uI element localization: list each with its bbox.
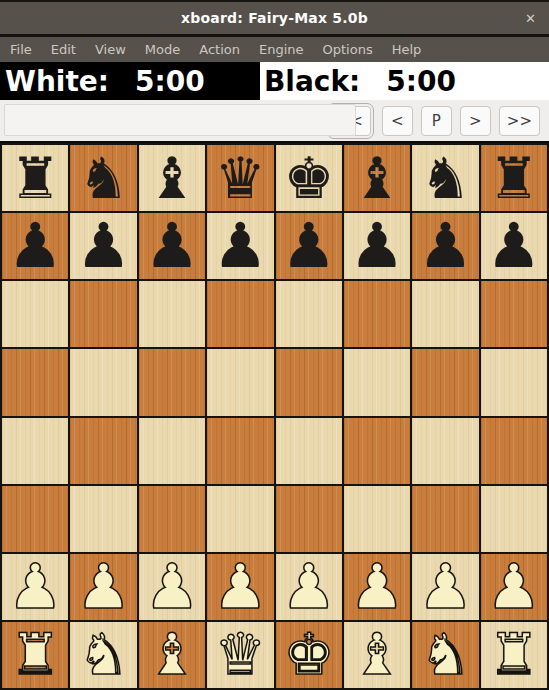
square-h6[interactable] [481, 281, 547, 347]
square-e5[interactable] [276, 349, 342, 415]
menu-item-file[interactable]: File [10, 43, 32, 56]
piece-white-knight: ♞ [420, 626, 471, 683]
square-f4[interactable] [344, 418, 410, 484]
piece-black-pawn: ♟ [7, 215, 63, 277]
piece-black-rook: ♜ [10, 150, 61, 207]
menu-item-mode[interactable]: Mode [145, 43, 180, 56]
menu-item-options[interactable]: Options [323, 43, 373, 56]
nav-pause-button[interactable]: P [421, 106, 452, 136]
piece-white-rook: ♜ [10, 626, 61, 683]
square-b5[interactable] [70, 349, 136, 415]
square-c8[interactable]: ♝ [139, 145, 205, 211]
square-g1[interactable]: ♞ [412, 622, 478, 688]
square-b3[interactable] [70, 486, 136, 552]
square-g8[interactable]: ♞ [412, 145, 478, 211]
square-f6[interactable] [344, 281, 410, 347]
square-d5[interactable] [207, 349, 273, 415]
square-h4[interactable] [481, 418, 547, 484]
square-g3[interactable] [412, 486, 478, 552]
square-d3[interactable] [207, 486, 273, 552]
square-g4[interactable] [412, 418, 478, 484]
piece-black-bishop: ♝ [352, 150, 403, 207]
square-g5[interactable] [412, 349, 478, 415]
square-d4[interactable] [207, 418, 273, 484]
white-clock: White: 5:00 [0, 62, 260, 100]
square-a3[interactable] [2, 486, 68, 552]
piece-black-pawn: ♟ [144, 215, 200, 277]
square-b2[interactable]: ♟ [70, 554, 136, 620]
piece-white-bishop: ♝ [352, 626, 403, 683]
square-h7[interactable]: ♟ [481, 213, 547, 279]
menu-item-action[interactable]: Action [199, 43, 240, 56]
square-d8[interactable]: ♛ [207, 145, 273, 211]
square-a5[interactable] [2, 349, 68, 415]
white-clock-label: White: [5, 65, 109, 98]
piece-black-queen: ♛ [215, 150, 266, 207]
square-a2[interactable]: ♟ [2, 554, 68, 620]
close-icon[interactable]: ✕ [525, 12, 536, 25]
square-a8[interactable]: ♜ [2, 145, 68, 211]
square-h5[interactable] [481, 349, 547, 415]
square-h2[interactable]: ♟ [481, 554, 547, 620]
square-b6[interactable] [70, 281, 136, 347]
square-d2[interactable]: ♟ [207, 554, 273, 620]
piece-white-pawn: ♟ [76, 556, 132, 618]
black-clock-label: Black: [264, 65, 360, 98]
square-h3[interactable] [481, 486, 547, 552]
piece-white-queen: ♛ [215, 626, 266, 683]
square-b4[interactable] [70, 418, 136, 484]
clock-bar: White: 5:00 Black: 5:00 [0, 62, 549, 100]
piece-white-pawn: ♟ [418, 556, 474, 618]
black-clock: Black: 5:00 [260, 62, 549, 100]
square-b8[interactable]: ♞ [70, 145, 136, 211]
piece-black-pawn: ♟ [486, 215, 542, 277]
square-b1[interactable]: ♞ [70, 622, 136, 688]
piece-white-rook: ♜ [488, 626, 539, 683]
piece-black-rook: ♜ [488, 150, 539, 207]
square-g6[interactable] [412, 281, 478, 347]
nav-step-forward-button[interactable]: > [460, 106, 491, 136]
square-g7[interactable]: ♟ [412, 213, 478, 279]
title-bar: xboard: Fairy-Max 5.0b ✕ [0, 0, 549, 34]
square-g2[interactable]: ♟ [412, 554, 478, 620]
menu-item-edit[interactable]: Edit [51, 43, 76, 56]
white-clock-time: 5:00 [135, 65, 205, 98]
square-c4[interactable] [139, 418, 205, 484]
square-a6[interactable] [2, 281, 68, 347]
piece-black-pawn: ♟ [213, 215, 269, 277]
piece-black-pawn: ♟ [418, 215, 474, 277]
piece-white-pawn: ♟ [349, 556, 405, 618]
square-d1[interactable]: ♛ [207, 622, 273, 688]
square-c6[interactable] [139, 281, 205, 347]
square-c3[interactable] [139, 486, 205, 552]
square-f7[interactable]: ♟ [344, 213, 410, 279]
square-a1[interactable]: ♜ [2, 622, 68, 688]
piece-black-knight: ♞ [420, 150, 471, 207]
square-c7[interactable]: ♟ [139, 213, 205, 279]
piece-white-knight: ♞ [78, 626, 129, 683]
square-f2[interactable]: ♟ [344, 554, 410, 620]
square-a7[interactable]: ♟ [2, 213, 68, 279]
square-c5[interactable] [139, 349, 205, 415]
square-f8[interactable]: ♝ [344, 145, 410, 211]
menu-bar: FileEditViewModeActionEngineOptionsHelp [0, 37, 549, 62]
square-e7[interactable]: ♟ [276, 213, 342, 279]
piece-white-pawn: ♟ [7, 556, 63, 618]
square-f1[interactable]: ♝ [344, 622, 410, 688]
square-b7[interactable]: ♟ [70, 213, 136, 279]
menu-item-engine[interactable]: Engine [259, 43, 304, 56]
square-e2[interactable]: ♟ [276, 554, 342, 620]
square-c1[interactable]: ♝ [139, 622, 205, 688]
square-d7[interactable]: ♟ [207, 213, 273, 279]
piece-white-pawn: ♟ [486, 556, 542, 618]
piece-black-pawn: ♟ [76, 215, 132, 277]
tool-bar: <<<P>>> [0, 100, 549, 141]
menu-item-help[interactable]: Help [392, 43, 422, 56]
menu-item-view[interactable]: View [95, 43, 126, 56]
nav-step-back-button[interactable]: < [382, 106, 413, 136]
square-c2[interactable]: ♟ [139, 554, 205, 620]
piece-black-bishop: ♝ [146, 150, 197, 207]
piece-white-pawn: ♟ [144, 556, 200, 618]
nav-fast-forward-button[interactable]: >> [499, 106, 540, 136]
piece-black-pawn: ♟ [281, 215, 337, 277]
piece-white-king: ♚ [283, 626, 334, 683]
piece-white-pawn: ♟ [213, 556, 269, 618]
xboard-window: xboard: Fairy-Max 5.0b ✕ FileEditViewMod… [0, 0, 549, 690]
message-field [4, 104, 356, 136]
square-e1[interactable]: ♚ [276, 622, 342, 688]
piece-black-king: ♚ [283, 150, 334, 207]
square-h8[interactable]: ♜ [481, 145, 547, 211]
window-title: xboard: Fairy-Max 5.0b [181, 10, 368, 26]
square-h1[interactable]: ♜ [481, 622, 547, 688]
black-clock-time: 5:00 [386, 65, 456, 98]
piece-black-knight: ♞ [78, 150, 129, 207]
piece-black-pawn: ♟ [349, 215, 405, 277]
square-d6[interactable] [207, 281, 273, 347]
square-e4[interactable] [276, 418, 342, 484]
square-e6[interactable] [276, 281, 342, 347]
square-e3[interactable] [276, 486, 342, 552]
piece-white-bishop: ♝ [146, 626, 197, 683]
square-f5[interactable] [344, 349, 410, 415]
piece-white-pawn: ♟ [281, 556, 337, 618]
chess-board: ♜♞♝♛♚♝♞♜♟♟♟♟♟♟♟♟♟♟♟♟♟♟♟♟♜♞♝♛♚♝♞♜ [0, 143, 549, 690]
square-a4[interactable] [2, 418, 68, 484]
square-e8[interactable]: ♚ [276, 145, 342, 211]
square-f3[interactable] [344, 486, 410, 552]
